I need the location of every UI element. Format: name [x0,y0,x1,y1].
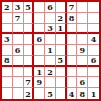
cell-r3c4[interactable] [34,24,45,35]
cell-r8c6[interactable] [56,77,67,88]
cell-r5c2: 6 [13,45,24,56]
cell-r1c3: 5 [24,2,35,13]
cell-r3c7[interactable] [67,24,78,35]
cell-r2c7: 8 [67,13,78,24]
cell-r3c3[interactable] [24,24,35,35]
cell-r3c5: 3 [45,24,56,35]
cell-r5c9[interactable] [88,45,99,56]
cell-r3c2[interactable] [13,24,24,35]
cell-r4c3[interactable] [24,34,35,45]
cell-r2c9[interactable] [88,13,99,24]
cell-r9c5: 5 [45,88,56,99]
cell-r9c6[interactable] [56,88,67,99]
cell-r3c6: 1 [56,24,67,35]
cell-r1c6[interactable] [56,2,67,13]
cell-r7c7[interactable] [67,67,78,78]
cell-r6c8[interactable] [77,56,88,67]
cell-r9c1[interactable] [2,88,13,99]
cell-r2c2: 7 [13,13,24,24]
cell-r4c8[interactable] [77,34,88,45]
cell-r6c3[interactable] [24,56,35,67]
cell-r9c8: 8 [77,88,88,99]
cell-r2c3[interactable] [24,13,35,24]
cell-r2c8[interactable] [77,13,88,24]
cell-r6c4[interactable] [34,56,45,67]
cell-r6c1: 8 [2,56,13,67]
cell-r9c2[interactable] [13,88,24,99]
cell-r7c6[interactable] [56,67,67,78]
sudoku-board: 23567728313646198561279625481 [0,0,101,101]
cell-r8c2[interactable] [13,77,24,88]
cell-r8c7[interactable] [67,77,78,88]
cell-r9c9: 1 [88,88,99,99]
cell-r3c8[interactable] [77,24,88,35]
cell-r1c9[interactable] [88,2,99,13]
cell-r6c2[interactable] [13,56,24,67]
cell-r3c9[interactable] [88,24,99,35]
cell-r6c9: 6 [88,56,99,67]
cell-r5c3[interactable] [24,45,35,56]
cell-r5c6[interactable] [56,45,67,56]
cell-r7c8[interactable] [77,67,88,78]
cell-r5c1[interactable] [2,45,13,56]
cell-r6c7[interactable] [67,56,78,67]
cell-r9c7: 4 [67,88,78,99]
cell-r7c9[interactable] [88,67,99,78]
cell-r8c3: 7 [24,77,35,88]
cell-r6c6: 5 [56,56,67,67]
cell-r7c2[interactable] [13,67,24,78]
cell-r4c5[interactable] [45,34,56,45]
cell-r3c1[interactable] [2,24,13,35]
cell-r2c6: 2 [56,13,67,24]
cell-r1c2: 3 [13,2,24,13]
cell-r5c5: 1 [45,45,56,56]
cell-r1c1: 2 [2,2,13,13]
cell-r5c7[interactable] [67,45,78,56]
cell-r1c7: 7 [67,2,78,13]
cell-r4c2[interactable] [13,34,24,45]
cell-r1c8[interactable] [77,2,88,13]
cell-r8c9[interactable] [88,77,99,88]
cell-r4c1: 3 [2,34,13,45]
cell-r8c8: 6 [77,77,88,88]
cell-r6c5[interactable] [45,56,56,67]
cell-r9c4[interactable] [34,88,45,99]
cell-r2c1[interactable] [2,13,13,24]
cell-r7c5: 2 [45,67,56,78]
cell-r2c4[interactable] [34,13,45,24]
cell-r8c4: 9 [34,77,45,88]
cell-r8c1[interactable] [2,77,13,88]
cell-r2c5[interactable] [45,13,56,24]
cell-r5c4[interactable] [34,45,45,56]
cell-r9c3: 2 [24,88,35,99]
cell-r1c5: 6 [45,2,56,13]
cell-r5c8: 9 [77,45,88,56]
cell-r1c4[interactable] [34,2,45,13]
cell-r4c7[interactable] [67,34,78,45]
cell-r4c6[interactable] [56,34,67,45]
cell-r8c5[interactable] [45,77,56,88]
cell-r7c3[interactable] [24,67,35,78]
cell-r4c4: 6 [34,34,45,45]
cell-r7c1[interactable] [2,67,13,78]
cell-r7c4: 1 [34,67,45,78]
cell-r4c9: 4 [88,34,99,45]
